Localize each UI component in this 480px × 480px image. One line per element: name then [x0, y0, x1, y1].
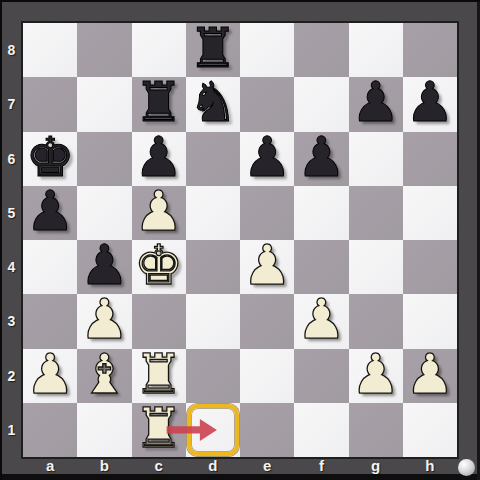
square-h7[interactable]: ♟ [403, 77, 457, 131]
file-label-a: a [23, 456, 77, 475]
file-label-c: c [132, 456, 186, 475]
square-h5[interactable] [403, 186, 457, 240]
piece-black-pawn[interactable]: ♟ [297, 130, 346, 184]
square-c5[interactable]: ♟ [132, 186, 186, 240]
square-h4[interactable] [403, 240, 457, 294]
piece-black-knight[interactable]: ♞ [188, 75, 237, 129]
square-f7[interactable] [294, 77, 348, 131]
file-labels: abcdefgh [23, 456, 457, 475]
rank-label-2: 2 [2, 349, 21, 403]
rank-label-8: 8 [2, 23, 21, 77]
square-h2[interactable]: ♟ [403, 349, 457, 403]
square-g4[interactable] [349, 240, 403, 294]
square-e5[interactable] [240, 186, 294, 240]
piece-white-rook[interactable]: ♜ [134, 401, 183, 455]
square-b3[interactable]: ♟ [77, 294, 131, 348]
square-f8[interactable] [294, 23, 348, 77]
file-label-d: d [186, 456, 240, 475]
square-g8[interactable] [349, 23, 403, 77]
square-b7[interactable] [77, 77, 131, 131]
piece-black-rook[interactable]: ♜ [134, 75, 183, 129]
square-f6[interactable]: ♟ [294, 132, 348, 186]
square-c1[interactable]: ♜ [132, 403, 186, 457]
rank-labels: 87654321 [2, 23, 21, 457]
piece-black-pawn[interactable]: ♟ [80, 238, 129, 292]
square-b6[interactable] [77, 132, 131, 186]
square-a2[interactable]: ♟ [23, 349, 77, 403]
square-f3[interactable]: ♟ [294, 294, 348, 348]
square-c2[interactable]: ♜ [132, 349, 186, 403]
square-e1[interactable] [240, 403, 294, 457]
rank-label-6: 6 [2, 132, 21, 186]
file-label-b: b [77, 456, 131, 475]
square-b8[interactable] [77, 23, 131, 77]
square-e4[interactable]: ♟ [240, 240, 294, 294]
piece-white-pawn[interactable]: ♟ [242, 238, 291, 292]
square-a1[interactable] [23, 403, 77, 457]
square-g5[interactable] [349, 186, 403, 240]
piece-black-rook[interactable]: ♜ [188, 21, 237, 75]
piece-white-rook[interactable]: ♜ [134, 347, 183, 401]
square-e7[interactable] [240, 77, 294, 131]
square-h8[interactable] [403, 23, 457, 77]
rank-label-5: 5 [2, 186, 21, 240]
square-g2[interactable]: ♟ [349, 349, 403, 403]
chess-board-window: ♜♜♞♟♟♚♟♟♟♟♟♟♚♟♟♟♟♝♜♟♟♜ 87654321 abcdefgh [0, 0, 480, 480]
square-d5[interactable] [186, 186, 240, 240]
square-a4[interactable] [23, 240, 77, 294]
square-f5[interactable] [294, 186, 348, 240]
piece-white-pawn[interactable]: ♟ [297, 292, 346, 346]
piece-white-pawn[interactable]: ♟ [134, 184, 183, 238]
square-c4[interactable]: ♚ [132, 240, 186, 294]
square-c8[interactable] [132, 23, 186, 77]
square-a7[interactable] [23, 77, 77, 131]
square-a5[interactable]: ♟ [23, 186, 77, 240]
square-d8[interactable]: ♜ [186, 23, 240, 77]
piece-black-pawn[interactable]: ♟ [134, 130, 183, 184]
file-label-g: g [349, 456, 403, 475]
destination-square-highlight [187, 404, 239, 456]
board: ♜♜♞♟♟♚♟♟♟♟♟♟♚♟♟♟♟♝♜♟♟♜ [21, 21, 459, 459]
square-d2[interactable] [186, 349, 240, 403]
piece-black-king[interactable]: ♚ [25, 130, 74, 184]
square-c6[interactable]: ♟ [132, 132, 186, 186]
white-to-move-ball-icon [458, 459, 475, 476]
square-f1[interactable] [294, 403, 348, 457]
piece-black-pawn[interactable]: ♟ [405, 75, 454, 129]
piece-black-pawn[interactable]: ♟ [25, 184, 74, 238]
square-d1[interactable] [186, 403, 240, 457]
piece-black-pawn[interactable]: ♟ [242, 130, 291, 184]
piece-black-pawn[interactable]: ♟ [351, 75, 400, 129]
square-d6[interactable] [186, 132, 240, 186]
square-b2[interactable]: ♝ [77, 349, 131, 403]
square-g7[interactable]: ♟ [349, 77, 403, 131]
piece-white-king[interactable]: ♚ [134, 238, 183, 292]
square-e2[interactable] [240, 349, 294, 403]
square-d7[interactable]: ♞ [186, 77, 240, 131]
piece-white-pawn[interactable]: ♟ [80, 292, 129, 346]
square-b5[interactable] [77, 186, 131, 240]
rank-label-4: 4 [2, 240, 21, 294]
square-h1[interactable] [403, 403, 457, 457]
square-b1[interactable] [77, 403, 131, 457]
square-b4[interactable]: ♟ [77, 240, 131, 294]
file-label-h: h [403, 456, 457, 475]
square-g6[interactable] [349, 132, 403, 186]
square-a8[interactable] [23, 23, 77, 77]
piece-white-pawn[interactable]: ♟ [351, 347, 400, 401]
piece-white-pawn[interactable]: ♟ [25, 347, 74, 401]
square-e6[interactable]: ♟ [240, 132, 294, 186]
square-e3[interactable] [240, 294, 294, 348]
file-label-e: e [240, 456, 294, 475]
square-c7[interactable]: ♜ [132, 77, 186, 131]
square-h3[interactable] [403, 294, 457, 348]
square-c3[interactable] [132, 294, 186, 348]
rank-label-3: 3 [2, 294, 21, 348]
square-f4[interactable] [294, 240, 348, 294]
square-h6[interactable] [403, 132, 457, 186]
square-f2[interactable] [294, 349, 348, 403]
square-g1[interactable] [349, 403, 403, 457]
rank-label-1: 1 [2, 403, 21, 457]
rank-label-7: 7 [2, 77, 21, 131]
square-a6[interactable]: ♚ [23, 132, 77, 186]
square-d3[interactable] [186, 294, 240, 348]
file-label-f: f [294, 456, 348, 475]
square-e8[interactable] [240, 23, 294, 77]
piece-white-bishop[interactable]: ♝ [80, 347, 129, 401]
square-a3[interactable] [23, 294, 77, 348]
square-d4[interactable] [186, 240, 240, 294]
square-g3[interactable] [349, 294, 403, 348]
piece-white-pawn[interactable]: ♟ [405, 347, 454, 401]
